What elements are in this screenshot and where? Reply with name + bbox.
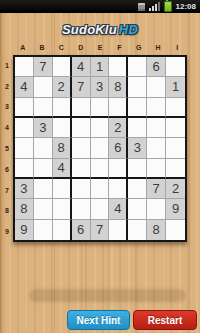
cell-C7[interactable] bbox=[53, 179, 72, 199]
row-label-9: 9 bbox=[0, 221, 11, 242]
cell-F5[interactable]: 6 bbox=[109, 138, 128, 158]
cell-C2[interactable]: 2 bbox=[53, 77, 72, 97]
cell-I6[interactable] bbox=[166, 159, 185, 179]
column-label-D: D bbox=[71, 43, 90, 53]
restart-button[interactable]: Restart bbox=[133, 310, 197, 330]
cell-F8[interactable]: 4 bbox=[109, 199, 128, 219]
cell-B6[interactable] bbox=[34, 159, 53, 179]
cell-D3[interactable] bbox=[72, 98, 91, 118]
cell-E3[interactable] bbox=[91, 98, 110, 118]
row-labels: 123456789 bbox=[0, 55, 11, 242]
column-label-C: C bbox=[52, 43, 71, 53]
cell-F3[interactable] bbox=[109, 98, 128, 118]
usb-icon bbox=[138, 3, 145, 11]
column-label-I: I bbox=[168, 43, 187, 53]
cell-E4[interactable] bbox=[91, 118, 110, 138]
cell-F1[interactable] bbox=[109, 57, 128, 77]
row-label-6: 6 bbox=[0, 159, 11, 180]
row-label-3: 3 bbox=[0, 97, 11, 118]
cell-D9[interactable]: 6 bbox=[72, 220, 91, 240]
row-label-2: 2 bbox=[0, 76, 11, 97]
next-hint-button[interactable]: Next Hint bbox=[67, 310, 130, 330]
app-title: SudoKluHD bbox=[0, 22, 200, 37]
cell-E2[interactable]: 3 bbox=[91, 77, 110, 97]
cell-A6[interactable] bbox=[15, 159, 34, 179]
cell-D2[interactable]: 7 bbox=[72, 77, 91, 97]
cell-I1[interactable] bbox=[166, 57, 185, 77]
row-label-5: 5 bbox=[0, 138, 11, 159]
column-labels: ABCDEFGHI bbox=[13, 43, 187, 53]
column-label-B: B bbox=[32, 43, 51, 53]
cell-B3[interactable] bbox=[34, 98, 53, 118]
wood-shadow-band bbox=[29, 289, 186, 302]
cell-F6[interactable] bbox=[109, 159, 128, 179]
cell-G3[interactable] bbox=[128, 98, 147, 118]
cell-I2[interactable]: 1 bbox=[166, 77, 185, 97]
cell-E9[interactable]: 7 bbox=[91, 220, 110, 240]
app-title-hd-badge: HD bbox=[119, 22, 138, 37]
row-label-4: 4 bbox=[0, 117, 11, 138]
cell-C3[interactable] bbox=[53, 98, 72, 118]
cell-I3[interactable] bbox=[166, 98, 185, 118]
cell-D1[interactable]: 4 bbox=[72, 57, 91, 77]
cell-B8[interactable] bbox=[34, 199, 53, 219]
cell-A8[interactable]: 8 bbox=[15, 199, 34, 219]
cell-I7[interactable]: 2 bbox=[166, 179, 185, 199]
column-label-A: A bbox=[13, 43, 32, 53]
cell-C1[interactable] bbox=[53, 57, 72, 77]
row-label-7: 7 bbox=[0, 180, 11, 201]
cell-G9[interactable] bbox=[128, 220, 147, 240]
column-label-G: G bbox=[129, 43, 148, 53]
cell-A4[interactable] bbox=[15, 118, 34, 138]
cell-H2[interactable] bbox=[147, 77, 166, 97]
cell-B4[interactable]: 3 bbox=[34, 118, 53, 138]
cell-E6[interactable] bbox=[91, 159, 110, 179]
cell-G2[interactable] bbox=[128, 77, 147, 97]
row-label-8: 8 bbox=[0, 200, 11, 221]
cell-H5[interactable] bbox=[147, 138, 166, 158]
cell-B5[interactable] bbox=[34, 138, 53, 158]
cell-H3[interactable] bbox=[147, 98, 166, 118]
cell-G8[interactable] bbox=[128, 199, 147, 219]
cell-E8[interactable] bbox=[91, 199, 110, 219]
cell-H6[interactable] bbox=[147, 159, 166, 179]
screen: 12:08 SudoKluHD ABCDEFGHI 123456789 7416… bbox=[0, 0, 200, 333]
cell-A7[interactable]: 3 bbox=[15, 179, 34, 199]
cell-C6[interactable]: 4 bbox=[53, 159, 72, 179]
status-clock: 12:08 bbox=[176, 2, 196, 11]
cell-B9[interactable] bbox=[34, 220, 53, 240]
cell-D5[interactable] bbox=[72, 138, 91, 158]
cell-G6[interactable] bbox=[128, 159, 147, 179]
column-label-E: E bbox=[90, 43, 109, 53]
cell-C4[interactable] bbox=[53, 118, 72, 138]
cell-G7[interactable] bbox=[128, 179, 147, 199]
cell-F2[interactable]: 8 bbox=[109, 77, 128, 97]
cell-H9[interactable]: 8 bbox=[147, 220, 166, 240]
cell-G5[interactable]: 3 bbox=[128, 138, 147, 158]
signal-strength-icon bbox=[149, 2, 160, 11]
cell-B2[interactable] bbox=[34, 77, 53, 97]
cell-A5[interactable] bbox=[15, 138, 34, 158]
column-label-H: H bbox=[148, 43, 167, 53]
cell-B1[interactable]: 7 bbox=[34, 57, 53, 77]
cell-D7[interactable] bbox=[72, 179, 91, 199]
cell-H8[interactable] bbox=[147, 199, 166, 219]
cell-G4[interactable] bbox=[128, 118, 147, 138]
cell-E1[interactable]: 1 bbox=[91, 57, 110, 77]
row-label-1: 1 bbox=[0, 55, 11, 76]
cell-H1[interactable]: 6 bbox=[147, 57, 166, 77]
button-bar: Next Hint Restart bbox=[67, 310, 197, 330]
cell-E7[interactable] bbox=[91, 179, 110, 199]
cell-I9[interactable] bbox=[166, 220, 185, 240]
column-label-F: F bbox=[110, 43, 129, 53]
cell-A2[interactable]: 4 bbox=[15, 77, 34, 97]
cell-A9[interactable]: 9 bbox=[15, 220, 34, 240]
cell-B7[interactable] bbox=[34, 179, 53, 199]
cell-F9[interactable] bbox=[109, 220, 128, 240]
cell-D6[interactable] bbox=[72, 159, 91, 179]
cell-E5[interactable] bbox=[91, 138, 110, 158]
status-bar: 12:08 bbox=[0, 0, 200, 13]
cell-D8[interactable] bbox=[72, 199, 91, 219]
cell-I8[interactable]: 9 bbox=[166, 199, 185, 219]
cell-C5[interactable]: 8 bbox=[53, 138, 72, 158]
cell-F7[interactable] bbox=[109, 179, 128, 199]
battery-icon bbox=[164, 1, 172, 12]
app-title-text: SudoKlu bbox=[62, 22, 117, 37]
cell-G1[interactable] bbox=[128, 57, 147, 77]
cell-C8[interactable] bbox=[53, 199, 72, 219]
cell-C9[interactable] bbox=[53, 220, 72, 240]
cell-F4[interactable]: 2 bbox=[109, 118, 128, 138]
cell-D4[interactable] bbox=[72, 118, 91, 138]
sudoku-board: 74164273813286343728499678 bbox=[13, 55, 187, 242]
cell-I5[interactable] bbox=[166, 138, 185, 158]
cell-A3[interactable] bbox=[15, 98, 34, 118]
cell-H4[interactable] bbox=[147, 118, 166, 138]
cell-A1[interactable] bbox=[15, 57, 34, 77]
cell-I4[interactable] bbox=[166, 118, 185, 138]
cell-H7[interactable]: 7 bbox=[147, 179, 166, 199]
